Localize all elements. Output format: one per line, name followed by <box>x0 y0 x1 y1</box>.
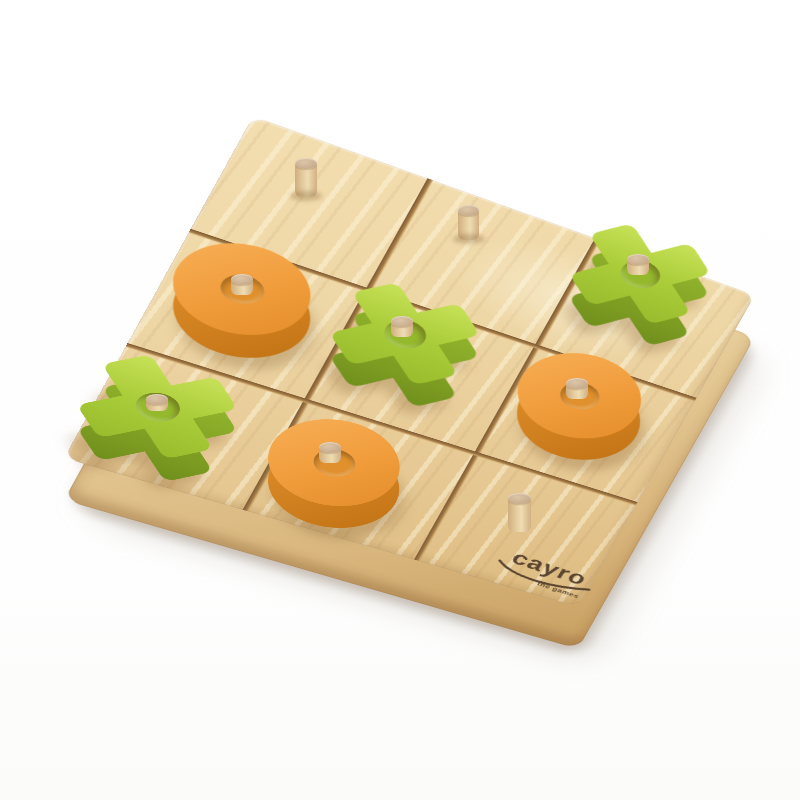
wooden-peg[interactable] <box>508 498 531 532</box>
wooden-peg[interactable] <box>295 163 317 197</box>
wooden-peg[interactable] <box>231 279 253 295</box>
peg-cap <box>319 442 341 453</box>
peg-cap <box>231 274 253 285</box>
peg-cap <box>295 158 317 169</box>
wooden-peg[interactable] <box>391 321 413 337</box>
wooden-peg[interactable] <box>627 259 649 275</box>
peg-cap <box>391 316 413 327</box>
peg-cap <box>146 394 168 405</box>
peg-shadow <box>453 234 485 244</box>
wooden-peg[interactable] <box>566 383 588 399</box>
peg-shadow <box>290 191 322 201</box>
peg-cap <box>627 254 649 265</box>
wooden-peg[interactable] <box>458 210 479 240</box>
wooden-peg[interactable] <box>146 399 168 411</box>
wooden-peg[interactable] <box>319 447 341 463</box>
peg-cap <box>458 205 479 216</box>
peg-cap <box>566 378 588 389</box>
product-photo-scene: cayro the games <box>0 0 800 800</box>
peg-cap <box>508 493 531 504</box>
